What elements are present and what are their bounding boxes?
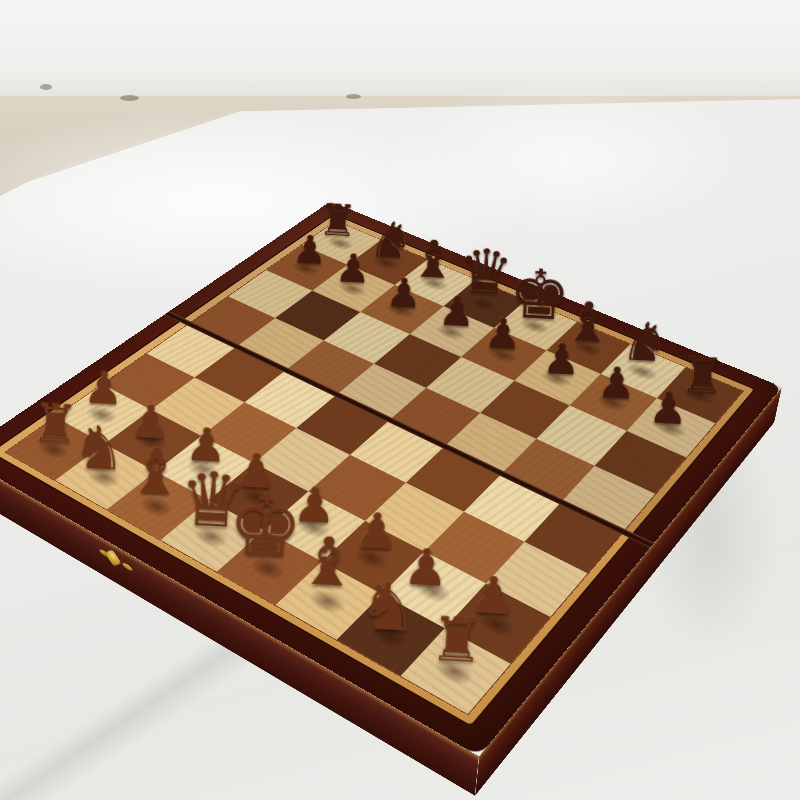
brass-latch [100,544,132,577]
board-squares-grid: ♜♞♝♛♚♝♞♜♟♟♟♟♟♟♟♟♟♟♟♟♟♟♟♟♜♞♝♛♚♝♞♜ [6,221,743,714]
board-inner-frame: ♜♞♝♛♚♝♞♜♟♟♟♟♟♟♟♟♟♟♟♟♟♟♟♟♜♞♝♛♚♝♞♜ [0,215,754,725]
latch-wing [122,561,132,572]
piece-black-pawn[interactable]: ♟ [622,384,714,433]
square-h7[interactable]: ♟ [627,398,716,457]
piece-glyph: ♟ [483,312,522,355]
piece-glyph: ♜ [428,609,485,672]
scene-3d: ♜♞♝♛♚♝♞♜♟♟♟♟♟♟♟♟♟♟♟♟♟♟♟♟♜♞♝♛♚♝♞♜ [0,0,800,800]
photo-scene: ♜♞♝♛♚♝♞♜♟♟♟♟♟♟♟♟♟♟♟♟♟♟♟♟♜♞♝♛♚♝♞♜ [0,0,800,800]
chess-board: ♜♞♝♛♚♝♞♜♟♟♟♟♟♟♟♟♟♟♟♟♟♟♟♟♜♞♝♛♚♝♞♜ [0,201,782,756]
piece-glyph: ♟ [648,385,690,431]
square-h1[interactable]: ♜ [401,628,511,714]
piece-white-rook[interactable]: ♜ [401,608,512,674]
latch-body [104,549,121,566]
